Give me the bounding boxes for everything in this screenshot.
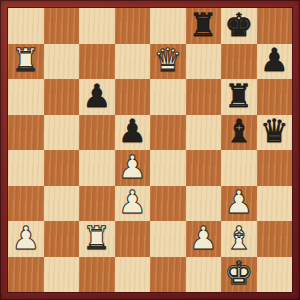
- square-f2[interactable]: ♟: [186, 221, 222, 257]
- square-f4[interactable]: [186, 150, 222, 186]
- square-e8[interactable]: [150, 8, 186, 44]
- square-d5[interactable]: ♟: [115, 115, 151, 151]
- square-f8[interactable]: ♜: [186, 8, 222, 44]
- square-b7[interactable]: [44, 44, 80, 80]
- square-e5[interactable]: [150, 115, 186, 151]
- square-h1[interactable]: [257, 257, 293, 293]
- square-h5[interactable]: ♛: [257, 115, 293, 151]
- square-c1[interactable]: [79, 257, 115, 293]
- square-b6[interactable]: [44, 79, 80, 115]
- square-d3[interactable]: ♟: [115, 186, 151, 222]
- piece-white-bishop[interactable]: ♝: [224, 222, 253, 254]
- square-g5[interactable]: ♝: [221, 115, 257, 151]
- square-f1[interactable]: [186, 257, 222, 293]
- square-a5[interactable]: [8, 115, 44, 151]
- square-c8[interactable]: [79, 8, 115, 44]
- piece-black-rook[interactable]: ♜: [189, 9, 218, 41]
- square-d4[interactable]: ♟: [115, 150, 151, 186]
- square-e2[interactable]: [150, 221, 186, 257]
- piece-white-pawn[interactable]: ♟: [224, 186, 253, 218]
- square-d8[interactable]: [115, 8, 151, 44]
- square-e1[interactable]: [150, 257, 186, 293]
- square-h4[interactable]: [257, 150, 293, 186]
- square-h8[interactable]: [257, 8, 293, 44]
- square-f3[interactable]: [186, 186, 222, 222]
- square-a6[interactable]: [8, 79, 44, 115]
- piece-black-bishop[interactable]: ♝: [224, 115, 253, 147]
- square-f6[interactable]: [186, 79, 222, 115]
- square-c5[interactable]: [79, 115, 115, 151]
- square-h3[interactable]: [257, 186, 293, 222]
- piece-black-king[interactable]: ♚: [224, 9, 253, 41]
- piece-black-pawn[interactable]: ♟: [260, 44, 289, 76]
- square-b2[interactable]: [44, 221, 80, 257]
- square-a7[interactable]: ♜: [8, 44, 44, 80]
- square-d1[interactable]: [115, 257, 151, 293]
- chess-board: ♜♚♜♛♟♟♜♟♝♛♟♟♟♟♜♟♝♚: [8, 8, 292, 292]
- square-e3[interactable]: [150, 186, 186, 222]
- piece-white-pawn[interactable]: ♟: [118, 186, 147, 218]
- square-d7[interactable]: [115, 44, 151, 80]
- square-a1[interactable]: [8, 257, 44, 293]
- piece-black-queen[interactable]: ♛: [260, 115, 289, 147]
- piece-white-pawn[interactable]: ♟: [189, 222, 218, 254]
- square-f7[interactable]: [186, 44, 222, 80]
- square-a3[interactable]: [8, 186, 44, 222]
- piece-white-king[interactable]: ♚: [224, 257, 253, 289]
- piece-white-queen[interactable]: ♛: [153, 44, 182, 76]
- square-b3[interactable]: [44, 186, 80, 222]
- piece-white-rook[interactable]: ♜: [11, 44, 40, 76]
- square-c4[interactable]: [79, 150, 115, 186]
- square-e4[interactable]: [150, 150, 186, 186]
- square-c6[interactable]: ♟: [79, 79, 115, 115]
- square-g1[interactable]: ♚: [221, 257, 257, 293]
- square-g3[interactable]: ♟: [221, 186, 257, 222]
- square-c3[interactable]: [79, 186, 115, 222]
- square-c7[interactable]: [79, 44, 115, 80]
- square-a2[interactable]: ♟: [8, 221, 44, 257]
- square-d2[interactable]: [115, 221, 151, 257]
- square-e6[interactable]: [150, 79, 186, 115]
- square-b5[interactable]: [44, 115, 80, 151]
- square-b8[interactable]: [44, 8, 80, 44]
- square-b1[interactable]: [44, 257, 80, 293]
- square-f5[interactable]: [186, 115, 222, 151]
- square-e7[interactable]: ♛: [150, 44, 186, 80]
- piece-white-pawn[interactable]: ♟: [118, 151, 147, 183]
- square-g4[interactable]: [221, 150, 257, 186]
- square-b4[interactable]: [44, 150, 80, 186]
- square-g8[interactable]: ♚: [221, 8, 257, 44]
- square-h2[interactable]: [257, 221, 293, 257]
- piece-black-pawn[interactable]: ♟: [82, 80, 111, 112]
- piece-white-pawn[interactable]: ♟: [11, 222, 40, 254]
- square-g7[interactable]: [221, 44, 257, 80]
- square-c2[interactable]: ♜: [79, 221, 115, 257]
- piece-white-rook[interactable]: ♜: [82, 222, 111, 254]
- square-h6[interactable]: [257, 79, 293, 115]
- square-a8[interactable]: [8, 8, 44, 44]
- board-frame: ♜♚♜♛♟♟♜♟♝♛♟♟♟♟♜♟♝♚: [0, 0, 300, 300]
- square-g2[interactable]: ♝: [221, 221, 257, 257]
- piece-black-pawn[interactable]: ♟: [118, 115, 147, 147]
- square-a4[interactable]: [8, 150, 44, 186]
- square-g6[interactable]: ♜: [221, 79, 257, 115]
- piece-black-rook[interactable]: ♜: [224, 80, 253, 112]
- square-d6[interactable]: [115, 79, 151, 115]
- square-h7[interactable]: ♟: [257, 44, 293, 80]
